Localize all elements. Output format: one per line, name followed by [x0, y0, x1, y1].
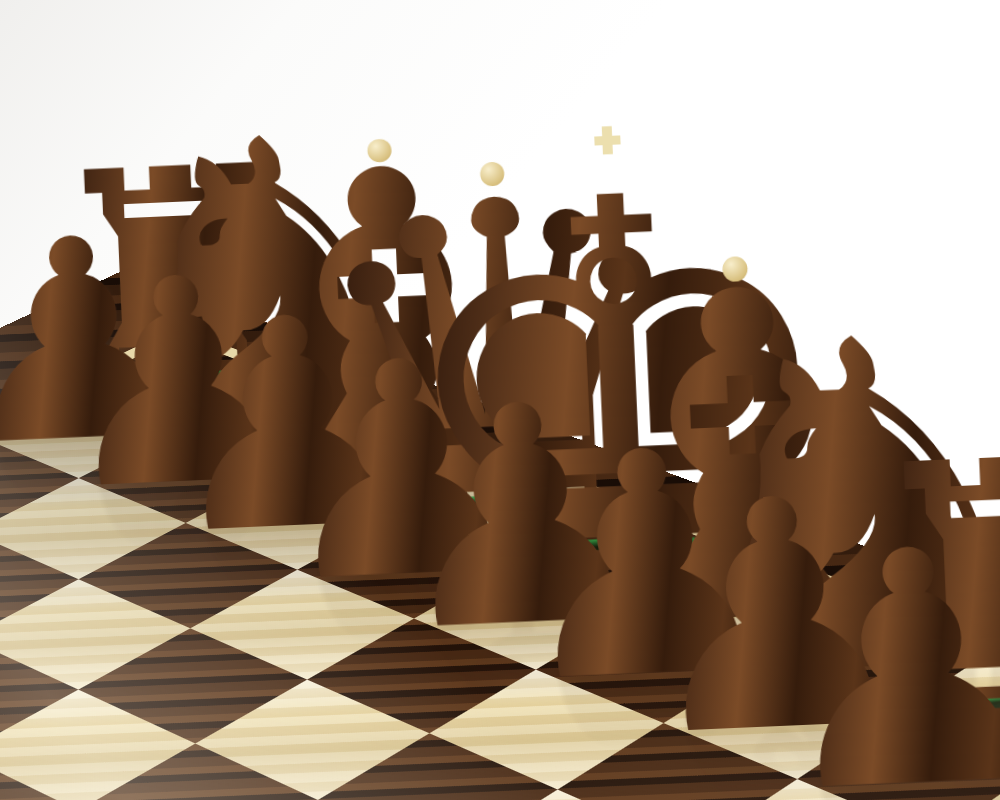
pawn-icon: ♟	[761, 504, 1000, 800]
king-cross-finial	[602, 126, 612, 155]
pieces-layer: ♜♜♞♞♝♝♛♛♚♚♝♝♞♞♜♜♟♟♟♟♟♟♟♟♟♟♟♟♟♟♟♟	[0, 0, 1000, 800]
camera-roll-wrapper: ♜♜♞♞♝♝♛♛♚♚♝♝♞♞♜♜♟♟♟♟♟♟♟♟♟♟♟♟♟♟♟♟	[0, 0, 1000, 800]
piece-black-pawn-h7[interactable]: ♟♟	[761, 504, 1000, 800]
chess-set-photo: ♜♜♞♞♝♝♛♛♚♚♝♝♞♞♜♜♟♟♟♟♟♟♟♟♟♟♟♟♟♟♟♟	[0, 0, 1000, 800]
